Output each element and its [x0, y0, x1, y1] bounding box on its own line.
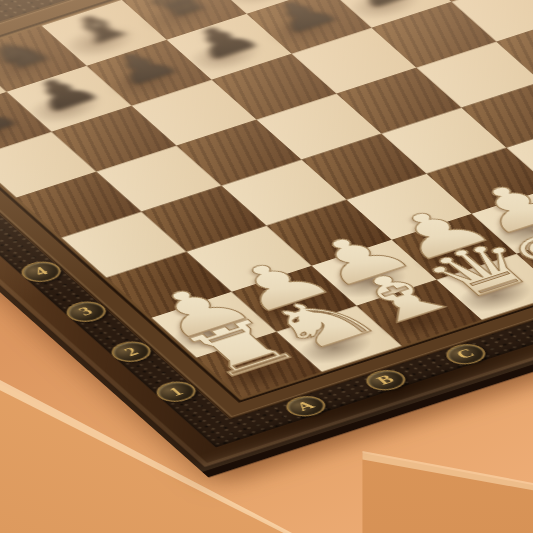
rank-disc-3: 3 — [60, 298, 113, 326]
rank-disc-4: 4 — [15, 258, 68, 286]
file-disc-c: C — [439, 340, 492, 368]
scene: ♜♞♝♛♚♝♞♜♟♟♟♟♟♟♟♟♟♟♟♟♟♟♟♟♜♞♝♛♚♝♞♜ 1234ABC — [0, 0, 533, 533]
file-disc-b: B — [359, 366, 412, 394]
file-disc-a: A — [279, 392, 332, 420]
chess-board: ♜♞♝♛♚♝♞♜♟♟♟♟♟♟♟♟♟♟♟♟♟♟♟♟♜♞♝♛♚♝♞♜ 1234ABC — [0, 0, 533, 472]
coordinate-discs: 1234ABC — [0, 0, 533, 472]
rank-disc-2: 2 — [105, 338, 158, 366]
rank-disc-1: 1 — [150, 378, 203, 406]
